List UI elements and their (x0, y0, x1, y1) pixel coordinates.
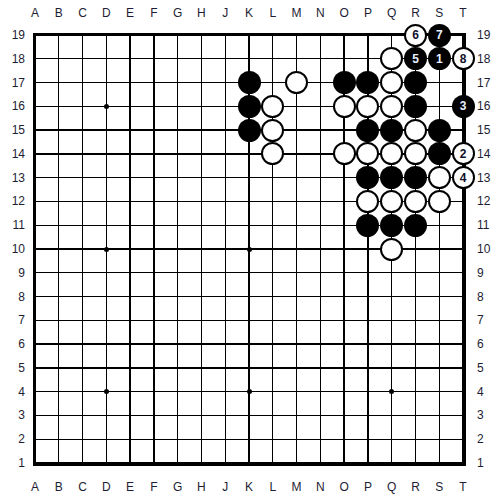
stone-white-O14[interactable] (333, 142, 356, 165)
coord-label-top-S: S (429, 5, 449, 21)
coord-label-left-12: 12 (0, 193, 25, 209)
coord-label-left-16: 16 (0, 98, 25, 114)
stone-white-S12[interactable] (428, 190, 451, 213)
stone-black-T16[interactable]: 3 (452, 95, 475, 118)
coord-label-bottom-F: F (144, 479, 164, 495)
coord-label-left-4: 4 (0, 384, 25, 400)
coord-label-top-M: M (287, 5, 307, 21)
coord-label-right-17: 17 (477, 75, 500, 91)
stone-black-O17[interactable] (333, 71, 356, 94)
move-number-2: 2 (460, 147, 467, 161)
coord-label-top-C: C (73, 5, 93, 21)
coord-label-right-15: 15 (477, 122, 500, 138)
coord-label-left-2: 2 (0, 431, 25, 447)
stone-white-R15[interactable] (404, 119, 427, 142)
coord-label-top-A: A (25, 5, 45, 21)
coord-label-left-11: 11 (0, 217, 25, 233)
stone-black-R16[interactable] (404, 95, 427, 118)
coord-label-bottom-L: L (263, 479, 283, 495)
star-point-D10 (104, 247, 109, 252)
stone-black-S14[interactable] (428, 142, 451, 165)
coord-label-top-O: O (334, 5, 354, 21)
coord-label-bottom-K: K (239, 479, 259, 495)
stone-white-L15[interactable] (261, 119, 284, 142)
coord-label-right-3: 3 (477, 407, 500, 423)
stone-black-R17[interactable] (404, 71, 427, 94)
coord-label-left-3: 3 (0, 407, 25, 423)
coord-label-top-D: D (96, 5, 116, 21)
stone-white-O16[interactable] (333, 95, 356, 118)
stone-white-T14[interactable]: 2 (452, 142, 475, 165)
coord-label-right-1: 1 (477, 455, 500, 471)
coord-label-bottom-M: M (287, 479, 307, 495)
coord-label-left-13: 13 (0, 170, 25, 186)
coord-label-right-9: 9 (477, 265, 500, 281)
stone-white-Q12[interactable] (380, 190, 403, 213)
stone-black-P15[interactable] (356, 119, 379, 142)
coord-label-bottom-N: N (310, 479, 330, 495)
stone-white-T13[interactable]: 4 (452, 166, 475, 189)
coord-label-left-6: 6 (0, 336, 25, 352)
coord-label-bottom-D: D (96, 479, 116, 495)
coord-label-top-K: K (239, 5, 259, 21)
coord-label-left-1: 1 (0, 455, 25, 471)
move-number-1: 1 (436, 52, 443, 66)
stone-black-K16[interactable] (238, 95, 261, 118)
coord-label-top-B: B (49, 5, 69, 21)
coord-label-left-14: 14 (0, 146, 25, 162)
move-number-8: 8 (460, 52, 467, 66)
stone-white-M17[interactable] (285, 71, 308, 94)
coord-label-left-15: 15 (0, 122, 25, 138)
move-number-5: 5 (412, 52, 419, 66)
coord-label-left-10: 10 (0, 241, 25, 257)
coord-label-bottom-S: S (429, 479, 449, 495)
coord-label-right-5: 5 (477, 360, 500, 376)
coord-label-right-11: 11 (477, 217, 500, 233)
coord-label-left-5: 5 (0, 360, 25, 376)
star-point-K4 (247, 389, 252, 394)
coord-label-right-2: 2 (477, 431, 500, 447)
stone-black-Q15[interactable] (380, 119, 403, 142)
coord-label-bottom-G: G (168, 479, 188, 495)
coord-label-top-E: E (120, 5, 140, 21)
coord-label-right-4: 4 (477, 384, 500, 400)
coord-label-bottom-P: P (358, 479, 378, 495)
coord-label-right-8: 8 (477, 289, 500, 305)
coord-label-bottom-E: E (120, 479, 140, 495)
coord-label-top-Q: Q (382, 5, 402, 21)
coord-label-top-R: R (405, 5, 425, 21)
coord-label-top-J: J (215, 5, 235, 21)
coord-label-left-8: 8 (0, 289, 25, 305)
move-number-6: 6 (412, 28, 419, 42)
coord-label-left-7: 7 (0, 312, 25, 328)
coord-label-left-18: 18 (0, 51, 25, 67)
move-number-4: 4 (460, 171, 467, 185)
coord-label-right-13: 13 (477, 170, 500, 186)
stone-black-P11[interactable] (356, 214, 379, 237)
coord-label-top-T: T (453, 5, 473, 21)
coord-label-top-L: L (263, 5, 283, 21)
coord-label-right-6: 6 (477, 336, 500, 352)
coord-label-top-N: N (310, 5, 330, 21)
coord-label-bottom-B: B (49, 479, 69, 495)
coord-label-bottom-T: T (453, 479, 473, 495)
coord-label-right-16: 16 (477, 98, 500, 114)
coord-label-right-18: 18 (477, 51, 500, 67)
coord-label-bottom-C: C (73, 479, 93, 495)
move-number-3: 3 (460, 99, 467, 113)
coord-label-bottom-J: J (215, 479, 235, 495)
coord-label-bottom-O: O (334, 479, 354, 495)
go-board[interactable]: AABBCCDDEEFFGGHHJJKKLLMMNNOOPPQQRRSSTT19… (0, 0, 500, 500)
stone-black-S19[interactable]: 7 (428, 24, 451, 47)
stone-white-T18[interactable]: 8 (452, 47, 475, 70)
coord-label-bottom-Q: Q (382, 479, 402, 495)
coord-label-top-H: H (191, 5, 211, 21)
coord-label-top-G: G (168, 5, 188, 21)
stone-white-R12[interactable] (404, 190, 427, 213)
coord-label-right-10: 10 (477, 241, 500, 257)
stone-black-K15[interactable] (238, 119, 261, 142)
coord-label-top-F: F (144, 5, 164, 21)
coord-label-right-7: 7 (477, 312, 500, 328)
stone-white-Q10[interactable] (380, 238, 403, 261)
stone-black-S18[interactable]: 1 (428, 47, 451, 70)
move-number-7: 7 (436, 28, 443, 42)
stone-black-K17[interactable] (238, 71, 261, 94)
star-point-D4 (104, 389, 109, 394)
coord-label-left-17: 17 (0, 75, 25, 91)
stone-white-R19[interactable]: 6 (404, 24, 427, 47)
stone-black-Q11[interactable] (380, 214, 403, 237)
coord-label-bottom-H: H (191, 479, 211, 495)
stone-white-L16[interactable] (261, 95, 284, 118)
coord-label-right-19: 19 (477, 27, 500, 43)
coord-label-top-P: P (358, 5, 378, 21)
star-point-D16 (104, 104, 109, 109)
stone-white-S13[interactable] (428, 166, 451, 189)
stone-black-R13[interactable] (404, 166, 427, 189)
coord-label-right-14: 14 (477, 146, 500, 162)
coord-label-bottom-A: A (25, 479, 45, 495)
coord-label-left-19: 19 (0, 27, 25, 43)
stone-white-Q16[interactable] (380, 95, 403, 118)
coord-label-bottom-R: R (405, 479, 425, 495)
coord-label-right-12: 12 (477, 193, 500, 209)
stone-black-S15[interactable] (428, 119, 451, 142)
stone-black-R11[interactable] (404, 214, 427, 237)
coord-label-left-9: 9 (0, 265, 25, 281)
star-point-K10 (247, 247, 252, 252)
